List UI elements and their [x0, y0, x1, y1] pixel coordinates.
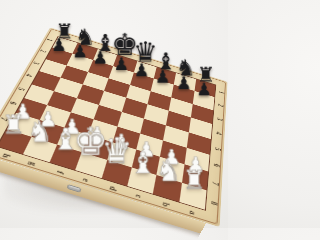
photo-scene: 1122334455667788hgfedcba ♜♞♝♚♛♝♞♜♟♟♟♟♟♟♟…	[0, 0, 228, 228]
rank-label-right-8: 8	[209, 198, 219, 209]
rank-label-left-5: 5	[15, 85, 27, 93]
rank-label-right-7: 7	[210, 179, 220, 189]
rank-label-right-5: 5	[213, 145, 222, 154]
white-bishop-f8: ♝	[47, 124, 84, 157]
white-bishop-c8: ♝	[124, 148, 161, 181]
file-label-h: h	[0, 151, 13, 161]
rank-label-right-6: 6	[212, 161, 222, 170]
chess-board: 1122334455667788hgfedcba ♜♞♝♚♛♝♞♜♟♟♟♟♟♟♟…	[0, 27, 228, 227]
clasp-latch-icon	[67, 184, 82, 193]
